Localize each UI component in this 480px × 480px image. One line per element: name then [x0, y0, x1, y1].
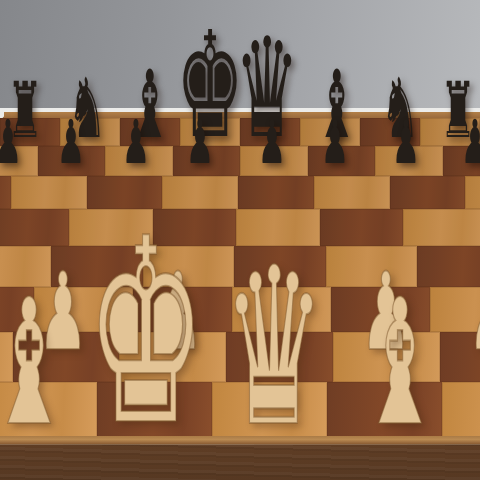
rank-row-6	[0, 176, 480, 209]
rank-row-8: ♜♞♝♚♛♝♞♜	[0, 118, 480, 146]
rank-row-5	[0, 209, 480, 246]
square-f2	[333, 332, 440, 382]
square-g8	[360, 118, 420, 146]
square-f1	[327, 382, 442, 437]
square-a8	[0, 118, 60, 146]
square-b5	[0, 209, 69, 246]
square-g4	[417, 246, 480, 287]
square-f4	[326, 246, 418, 287]
square-b6	[11, 176, 87, 209]
square-h8	[420, 118, 480, 146]
square-c7	[105, 146, 173, 176]
square-e3	[232, 287, 331, 332]
square-e7	[240, 146, 308, 176]
square-e4	[234, 246, 326, 287]
square-d4	[143, 246, 235, 287]
square-a7	[0, 146, 38, 176]
square-g3	[430, 287, 480, 332]
square-e6	[238, 176, 314, 209]
chess-photo-scene: ♜♞♝♚♛♝♞♜♟♟♟♟♟♟♟♟♟♟♟♟♝♚♛♝	[0, 0, 480, 480]
square-c8	[120, 118, 180, 146]
square-c4	[51, 246, 143, 287]
square-f3	[331, 287, 430, 332]
rank-row-1: ♝♚♛♝	[0, 382, 480, 437]
square-d8	[180, 118, 240, 146]
square-h7	[443, 146, 480, 176]
rank-row-3	[0, 287, 480, 332]
square-b7	[38, 146, 106, 176]
square-g1	[442, 382, 480, 437]
square-g7	[375, 146, 443, 176]
square-f6	[314, 176, 390, 209]
square-c3	[34, 287, 133, 332]
square-b8	[60, 118, 120, 146]
square-e2	[226, 332, 333, 382]
board-frame-front-edge	[0, 436, 480, 444]
square-c6	[87, 176, 163, 209]
background-wall	[0, 0, 480, 108]
square-b3	[0, 287, 34, 332]
square-d6	[162, 176, 238, 209]
square-d1	[97, 382, 212, 437]
rank-row-7: ♟♟♟♟♟♟♟♟	[0, 146, 480, 176]
square-g6	[390, 176, 466, 209]
square-d7	[173, 146, 241, 176]
square-c2	[13, 332, 120, 382]
square-c5	[69, 209, 153, 246]
square-b2	[0, 332, 13, 382]
square-b4	[0, 246, 51, 287]
square-f7	[308, 146, 376, 176]
square-g5	[403, 209, 480, 246]
square-f8	[300, 118, 360, 146]
square-f5	[320, 209, 404, 246]
square-e1	[212, 382, 327, 437]
square-a6	[0, 176, 11, 209]
square-d5	[153, 209, 237, 246]
square-c1	[0, 382, 97, 437]
square-d2	[119, 332, 226, 382]
square-g2	[440, 332, 480, 382]
square-e5	[236, 209, 320, 246]
square-h6	[465, 176, 480, 209]
rank-row-2: ♟♟♟♟	[0, 332, 480, 382]
rank-row-4	[0, 246, 480, 287]
square-e8	[240, 118, 300, 146]
square-d3	[133, 287, 232, 332]
